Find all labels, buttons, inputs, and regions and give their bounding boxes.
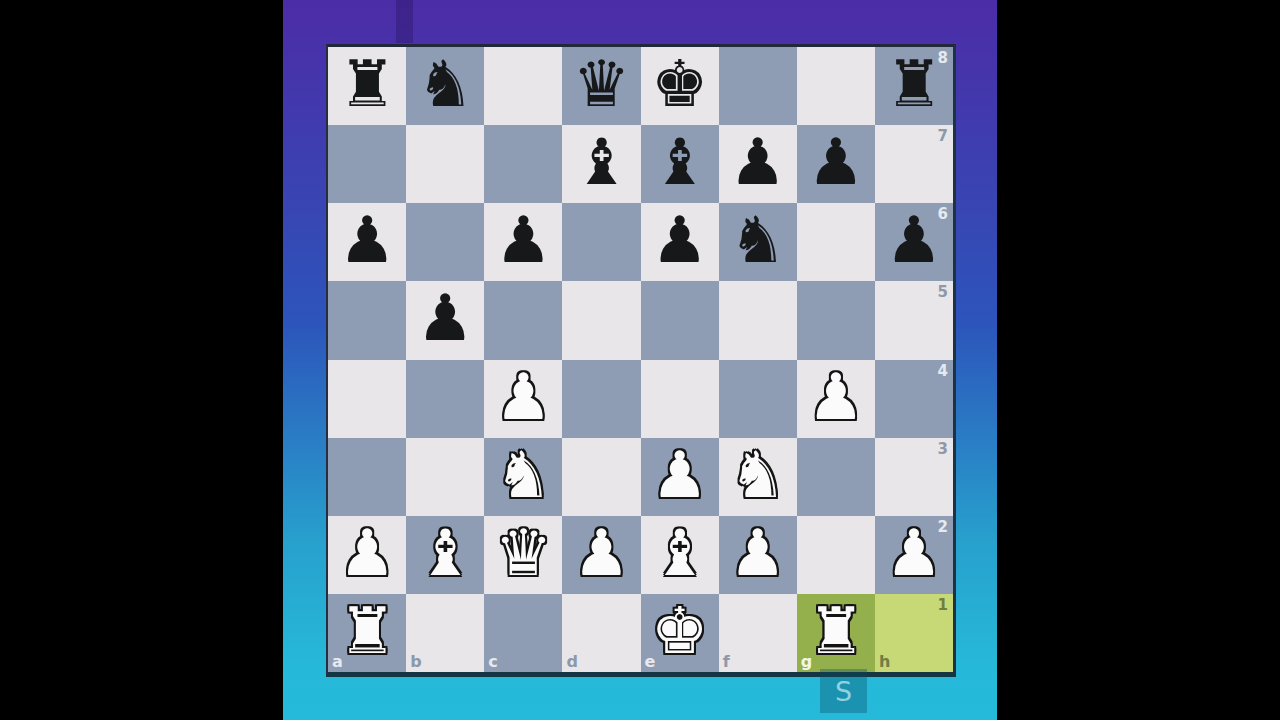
piece-white-king[interactable]: ♚ xyxy=(651,599,708,663)
square-e8[interactable]: ♚ xyxy=(641,47,719,125)
square-g3[interactable] xyxy=(797,438,875,516)
square-g2[interactable] xyxy=(797,516,875,594)
piece-white-knight[interactable]: ♞ xyxy=(495,443,552,507)
file-label-f: f xyxy=(723,652,730,671)
rank-label-4: 4 xyxy=(938,362,948,380)
square-g4[interactable]: ♟ xyxy=(797,360,875,438)
piece-white-bishop[interactable]: ♝ xyxy=(651,521,708,585)
piece-black-bishop[interactable]: ♝ xyxy=(651,130,708,194)
square-d1[interactable]: d xyxy=(562,594,640,672)
piece-white-knight[interactable]: ♞ xyxy=(729,443,786,507)
square-a7[interactable] xyxy=(328,125,406,203)
watermark: S xyxy=(820,669,867,713)
chess-board[interactable]: ♜♞♛♚♜8♝♝♟♟7♟♟♟♞♟6♟5♟♟4♞♟♞3♟♝♛♟♝♟♟2♜abcd♚… xyxy=(326,44,956,677)
square-d4[interactable] xyxy=(562,360,640,438)
piece-black-pawn[interactable]: ♟ xyxy=(417,286,474,350)
square-g7[interactable]: ♟ xyxy=(797,125,875,203)
piece-white-bishop[interactable]: ♝ xyxy=(417,521,474,585)
square-c8[interactable] xyxy=(484,47,562,125)
piece-black-knight[interactable]: ♞ xyxy=(417,52,474,116)
square-a3[interactable] xyxy=(328,438,406,516)
square-a6[interactable]: ♟ xyxy=(328,203,406,281)
square-h4[interactable]: 4 xyxy=(875,360,953,438)
piece-black-bishop[interactable]: ♝ xyxy=(573,130,630,194)
letterbox-left xyxy=(0,0,283,720)
square-f8[interactable] xyxy=(719,47,797,125)
square-b6[interactable] xyxy=(406,203,484,281)
square-e5[interactable] xyxy=(641,281,719,359)
piece-black-knight[interactable]: ♞ xyxy=(729,208,786,272)
square-a5[interactable] xyxy=(328,281,406,359)
rank-label-1: 1 xyxy=(938,596,948,614)
square-g8[interactable] xyxy=(797,47,875,125)
square-e6[interactable]: ♟ xyxy=(641,203,719,281)
square-h3[interactable]: 3 xyxy=(875,438,953,516)
square-c2[interactable]: ♛ xyxy=(484,516,562,594)
square-g5[interactable] xyxy=(797,281,875,359)
piece-black-queen[interactable]: ♛ xyxy=(573,52,630,116)
rank-label-5: 5 xyxy=(938,283,948,301)
square-b7[interactable] xyxy=(406,125,484,203)
piece-black-pawn[interactable]: ♟ xyxy=(807,130,864,194)
square-f6[interactable]: ♞ xyxy=(719,203,797,281)
piece-white-pawn[interactable]: ♟ xyxy=(651,443,708,507)
square-e2[interactable]: ♝ xyxy=(641,516,719,594)
piece-white-pawn[interactable]: ♟ xyxy=(573,521,630,585)
piece-white-rook[interactable]: ♜ xyxy=(807,599,864,663)
file-label-c: c xyxy=(488,652,497,671)
piece-black-rook[interactable]: ♜ xyxy=(885,52,942,116)
square-e7[interactable]: ♝ xyxy=(641,125,719,203)
watermark-text: S xyxy=(835,676,852,707)
piece-black-pawn[interactable]: ♟ xyxy=(495,208,552,272)
square-a8[interactable]: ♜ xyxy=(328,47,406,125)
square-e3[interactable]: ♟ xyxy=(641,438,719,516)
square-e1[interactable]: ♚e xyxy=(641,594,719,672)
square-h5[interactable]: 5 xyxy=(875,281,953,359)
square-b4[interactable] xyxy=(406,360,484,438)
square-c3[interactable]: ♞ xyxy=(484,438,562,516)
piece-black-rook[interactable]: ♜ xyxy=(338,52,395,116)
square-a4[interactable] xyxy=(328,360,406,438)
letterbox-right xyxy=(997,0,1280,720)
rank-label-3: 3 xyxy=(938,440,948,458)
square-h1[interactable]: h1 xyxy=(875,594,953,672)
rank-label-6: 6 xyxy=(938,205,948,223)
square-a2[interactable]: ♟ xyxy=(328,516,406,594)
file-label-a: a xyxy=(332,652,343,671)
file-label-d: d xyxy=(566,652,577,671)
piece-white-rook[interactable]: ♜ xyxy=(338,599,395,663)
square-d6[interactable] xyxy=(562,203,640,281)
file-label-h: h xyxy=(879,652,890,671)
piece-black-pawn[interactable]: ♟ xyxy=(338,208,395,272)
square-b1[interactable]: b xyxy=(406,594,484,672)
piece-black-pawn[interactable]: ♟ xyxy=(651,208,708,272)
rank-label-2: 2 xyxy=(938,518,948,536)
square-h2[interactable]: ♟2 xyxy=(875,516,953,594)
square-b5[interactable]: ♟ xyxy=(406,281,484,359)
file-label-e: e xyxy=(645,652,656,671)
square-c6[interactable]: ♟ xyxy=(484,203,562,281)
piece-white-queen[interactable]: ♛ xyxy=(495,521,552,585)
square-g1[interactable]: ♜g xyxy=(797,594,875,672)
square-e4[interactable] xyxy=(641,360,719,438)
square-f7[interactable]: ♟ xyxy=(719,125,797,203)
square-g6[interactable] xyxy=(797,203,875,281)
square-f4[interactable] xyxy=(719,360,797,438)
piece-black-king[interactable]: ♚ xyxy=(651,52,708,116)
rank-label-7: 7 xyxy=(938,127,948,145)
square-f3[interactable]: ♞ xyxy=(719,438,797,516)
square-c1[interactable]: c xyxy=(484,594,562,672)
piece-black-pawn[interactable]: ♟ xyxy=(729,130,786,194)
background-streak xyxy=(396,0,413,43)
piece-white-pawn[interactable]: ♟ xyxy=(495,365,552,429)
square-d3[interactable] xyxy=(562,438,640,516)
square-d8[interactable]: ♛ xyxy=(562,47,640,125)
square-d2[interactable]: ♟ xyxy=(562,516,640,594)
square-f2[interactable]: ♟ xyxy=(719,516,797,594)
square-h7[interactable]: 7 xyxy=(875,125,953,203)
square-h8[interactable]: ♜8 xyxy=(875,47,953,125)
square-b8[interactable]: ♞ xyxy=(406,47,484,125)
piece-black-pawn[interactable]: ♟ xyxy=(885,208,942,272)
piece-white-pawn[interactable]: ♟ xyxy=(338,521,395,585)
square-d7[interactable]: ♝ xyxy=(562,125,640,203)
square-b2[interactable]: ♝ xyxy=(406,516,484,594)
square-c5[interactable] xyxy=(484,281,562,359)
piece-white-pawn[interactable]: ♟ xyxy=(885,521,942,585)
file-label-g: g xyxy=(801,652,812,671)
square-h6[interactable]: ♟6 xyxy=(875,203,953,281)
square-c7[interactable] xyxy=(484,125,562,203)
square-d5[interactable] xyxy=(562,281,640,359)
square-c4[interactable]: ♟ xyxy=(484,360,562,438)
file-label-b: b xyxy=(410,652,421,671)
square-b3[interactable] xyxy=(406,438,484,516)
square-f1[interactable]: f xyxy=(719,594,797,672)
rank-label-8: 8 xyxy=(938,49,948,67)
piece-white-pawn[interactable]: ♟ xyxy=(807,365,864,429)
square-a1[interactable]: ♜a xyxy=(328,594,406,672)
square-f5[interactable] xyxy=(719,281,797,359)
piece-white-pawn[interactable]: ♟ xyxy=(729,521,786,585)
